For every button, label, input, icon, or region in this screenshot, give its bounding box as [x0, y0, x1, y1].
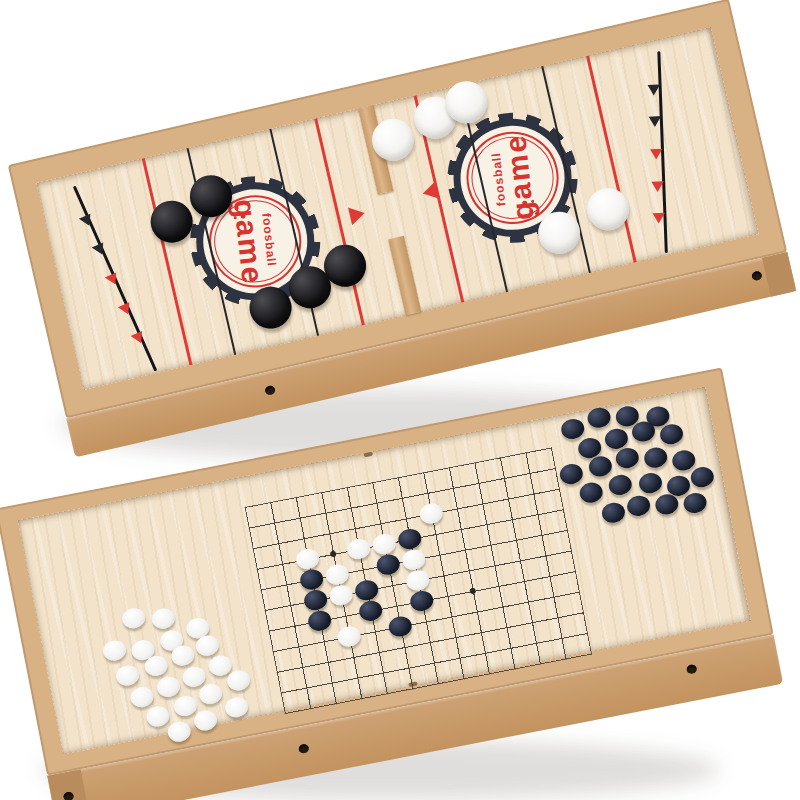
black-stone-tray: [689, 465, 715, 489]
black-arrow-icon: [91, 242, 103, 255]
white-stone-tray: [172, 694, 198, 718]
black-stone-tray: [558, 462, 584, 486]
frame-hole: [63, 791, 75, 800]
frame-hole: [298, 743, 310, 754]
black-stone-tray: [614, 446, 640, 470]
black-arrow-icon: [78, 212, 90, 225]
frame-hole: [264, 385, 276, 396]
black-stone-tray: [600, 501, 626, 525]
white-stone-tray: [223, 695, 249, 719]
white-stone-tray: [121, 606, 147, 630]
black-stone-tray: [560, 417, 586, 441]
white-stone-tray: [155, 675, 181, 699]
white-stone-tray: [101, 638, 127, 662]
black-stone-tray: [586, 406, 612, 430]
badge-dots: [230, 205, 248, 223]
product-photo-canvas: foosball game foosball game: [0, 0, 800, 800]
red-arrow-icon: [117, 301, 129, 314]
black-stone-tray: [643, 446, 669, 470]
black-stone-tray: [682, 491, 708, 515]
white-stone-tray: [145, 704, 171, 728]
black-stone-tray: [578, 481, 604, 505]
frame-hole: [686, 664, 698, 675]
red-arrow-icon: [104, 271, 116, 284]
white-stone-tray: [197, 682, 223, 706]
red-arrow-icon: [130, 330, 142, 343]
white-stone-tray: [150, 607, 176, 631]
black-stone-tray: [671, 448, 697, 472]
white-stone-tray: [225, 668, 251, 692]
white-stone-tray: [114, 663, 140, 687]
white-stone-tray: [129, 685, 155, 709]
badge-dots: [520, 197, 538, 215]
black-stone-tray: [658, 422, 684, 446]
black-stone-tray: [625, 494, 651, 518]
fold-notch-top: [364, 452, 374, 458]
black-stone-tray: [637, 471, 663, 495]
frame-hole: [751, 270, 763, 281]
black-stone-tray: [607, 473, 633, 497]
